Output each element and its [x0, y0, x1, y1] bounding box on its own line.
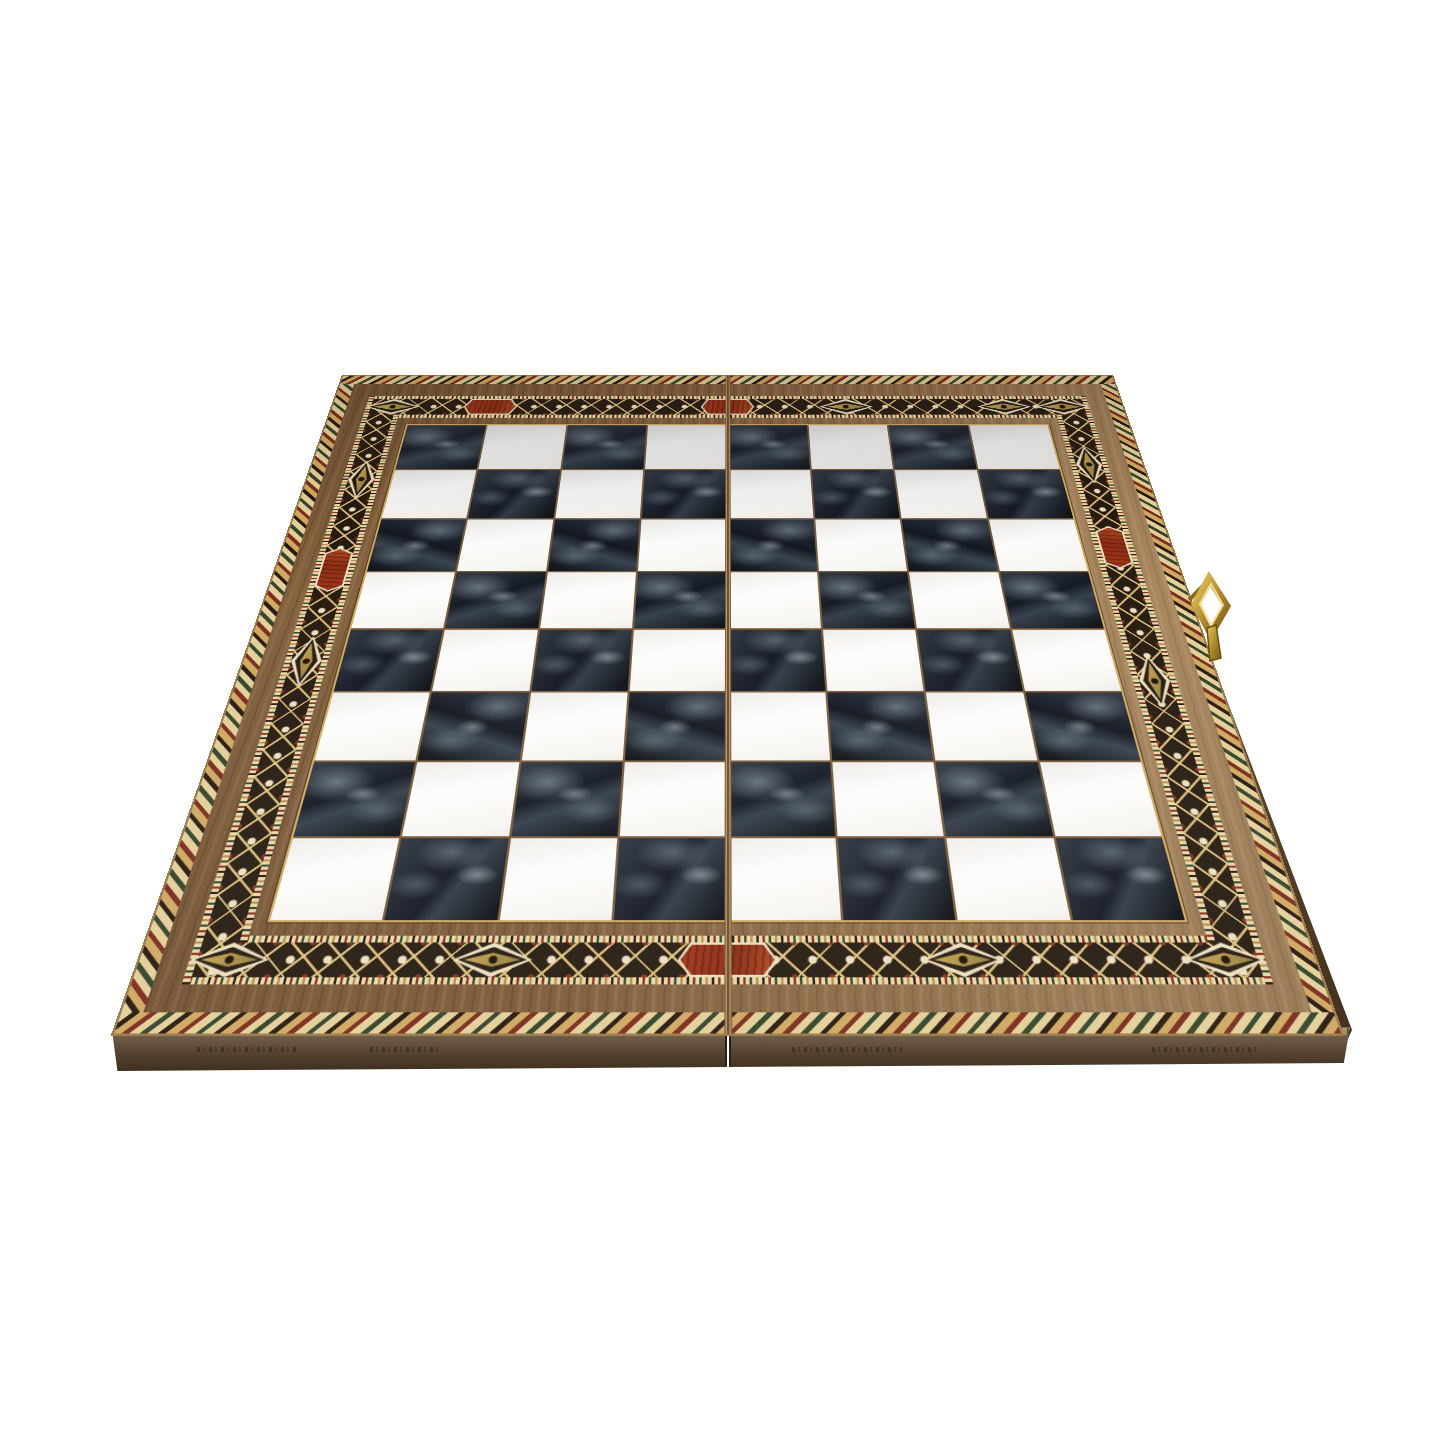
board-face [111, 375, 1345, 1036]
square-d8 [645, 425, 727, 469]
square-b1 [385, 838, 509, 920]
square-g4 [917, 630, 1022, 691]
square-c3 [522, 693, 628, 760]
square-d5 [634, 572, 726, 628]
square-h7 [978, 470, 1073, 518]
square-e7 [728, 470, 813, 518]
square-g6 [902, 519, 998, 571]
photo-background [0, 0, 1445, 1445]
square-g3 [926, 693, 1037, 760]
square-d1 [614, 838, 726, 920]
square-c4 [531, 630, 632, 691]
square-a3 [315, 693, 430, 760]
square-f4 [823, 630, 924, 691]
square-g2 [936, 762, 1053, 836]
square-b4 [432, 630, 537, 691]
square-f1 [838, 838, 956, 920]
square-a4 [334, 630, 443, 691]
square-a2 [294, 762, 416, 836]
square-c1 [499, 838, 617, 920]
square-g1 [946, 838, 1070, 920]
square-h4 [1012, 630, 1121, 691]
square-e8 [728, 425, 810, 469]
square-f8 [809, 425, 894, 469]
square-c8 [562, 425, 647, 469]
square-f7 [812, 470, 900, 518]
square-h6 [989, 519, 1088, 571]
square-f5 [819, 572, 915, 628]
square-c7 [555, 470, 643, 518]
square-g5 [909, 572, 1009, 628]
square-g8 [889, 425, 977, 469]
square-b8 [479, 425, 567, 469]
square-e4 [729, 630, 826, 691]
square-c5 [540, 572, 636, 628]
square-a6 [367, 519, 466, 571]
square-a1 [270, 838, 399, 920]
square-a8 [395, 425, 486, 469]
square-d3 [625, 693, 726, 760]
square-h8 [969, 425, 1060, 469]
square-h1 [1055, 838, 1184, 920]
square-h5 [1000, 572, 1104, 628]
square-a7 [382, 470, 477, 518]
square-a5 [351, 572, 455, 628]
red-hexagon-inlay [462, 399, 519, 415]
square-f2 [832, 762, 944, 836]
square-b6 [457, 519, 553, 571]
square-f6 [815, 519, 907, 571]
stamp-marks [197, 1047, 297, 1052]
square-b7 [468, 470, 559, 518]
stamp-marks [792, 1047, 902, 1052]
square-h2 [1039, 762, 1161, 836]
square-e2 [729, 762, 836, 836]
square-f3 [827, 693, 933, 760]
square-b5 [446, 572, 546, 628]
brass-latch-icon [1185, 566, 1235, 671]
square-c2 [511, 762, 623, 836]
square-c6 [548, 519, 640, 571]
square-d4 [630, 630, 727, 691]
square-h3 [1025, 693, 1140, 760]
stamp-marks [370, 1047, 440, 1052]
square-d6 [638, 519, 726, 571]
square-b3 [418, 693, 529, 760]
square-e5 [728, 572, 820, 628]
square-d7 [642, 470, 727, 518]
square-b2 [402, 762, 519, 836]
square-d2 [620, 762, 727, 836]
stamp-marks [1152, 1047, 1257, 1052]
square-e1 [729, 838, 841, 920]
chess-board [111, 375, 1345, 1036]
square-e6 [728, 519, 816, 571]
square-g7 [895, 470, 986, 518]
square-e3 [729, 693, 830, 760]
